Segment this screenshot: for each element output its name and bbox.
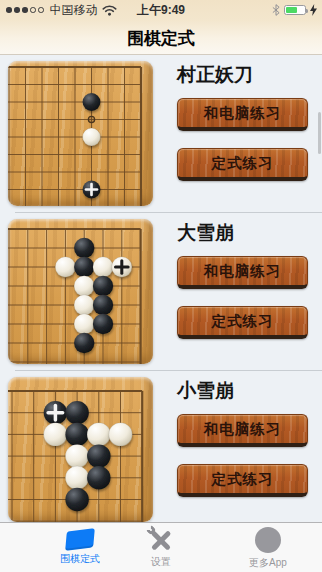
joseki-practice-button[interactable]: 定式练习 [177,306,308,339]
white-stone [74,295,94,315]
go-board-thumbnail-1 [8,61,153,206]
joseki-item-column: 小雪崩 和电脑练习 定式练习 [177,377,308,497]
black-stone [93,295,113,315]
battery-nub [306,9,308,13]
white-stone [44,423,67,446]
tab-bar: 围棋定式 设置 更多App [0,522,322,572]
white-stone [87,423,110,446]
joseki-title: 小雪崩 [177,377,308,403]
joseki-list-item: 村正妖刀 和电脑练习 定式练习 [0,55,322,206]
white-stone [83,128,101,146]
practice-vs-computer-button[interactable]: 和电脑练习 [177,256,308,289]
white-stone [74,314,94,334]
scroll-indicator[interactable] [318,112,321,154]
settings-tools-icon [148,527,174,552]
joseki-list-item: 大雪崩 和电脑练习 定式练习 [0,213,322,364]
go-board-icon [65,528,95,551]
charging-bolt-icon [310,4,317,16]
black-stone [65,488,88,511]
top-bar: 中国移动 上午9:49 围棋定 [0,0,322,55]
go-board-thumbnail-2 [8,219,153,364]
joseki-list: 村正妖刀 和电脑练习 定式练习 大雪崩 和电脑练习 定式练习 小雪崩 和电脑 [0,55,322,522]
black-stone [87,466,110,489]
bluetooth-icon [272,4,280,16]
battery-fill [286,7,297,13]
black-stone [93,276,113,296]
white-stone [65,444,88,467]
tab-label: 更多App [249,556,287,570]
tab-more-apps[interactable]: 更多App [223,527,313,570]
practice-vs-computer-button[interactable]: 和电脑练习 [177,414,308,447]
tab-joseki[interactable]: 围棋定式 [35,527,125,566]
black-stone [65,423,88,446]
go-board-svg-2 [8,219,153,364]
white-stone [55,257,75,277]
joseki-title: 村正妖刀 [177,61,308,87]
black-stone [74,333,94,353]
black-stone [83,93,101,111]
go-board-svg-3 [8,377,153,522]
tab-label: 围棋定式 [60,552,100,566]
ring-marker [88,116,94,122]
joseki-title: 大雪崩 [177,219,308,245]
joseki-practice-button[interactable]: 定式练习 [177,148,308,181]
joseki-item-column: 村正妖刀 和电脑练习 定式练习 [177,61,308,181]
white-stone [93,257,113,277]
joseki-item-column: 大雪崩 和电脑练习 定式练习 [177,219,308,339]
white-stone [74,276,94,296]
black-stone [87,444,110,467]
joseki-practice-button[interactable]: 定式练习 [177,464,308,497]
black-stone [65,401,88,424]
joseki-list-item: 小雪崩 和电脑练习 定式练习 [0,371,322,522]
battery-icon [284,5,306,15]
status-right [272,0,317,20]
practice-vs-computer-button[interactable]: 和电脑练习 [177,98,308,131]
more-apps-circle-icon [255,527,281,553]
status-bar: 中国移动 上午9:49 [0,0,322,20]
black-stone [74,257,94,277]
app-screen: 中国移动 上午9:49 围棋定 [0,0,322,572]
black-stone [74,238,94,258]
go-board-thumbnail-3 [8,377,153,522]
white-stone [109,423,132,446]
tab-settings[interactable]: 设置 [116,527,206,569]
go-board-svg-1 [8,61,153,206]
white-stone [65,466,88,489]
black-stone [93,314,113,334]
page-title: 围棋定式 [0,27,322,50]
tab-label: 设置 [151,555,171,569]
